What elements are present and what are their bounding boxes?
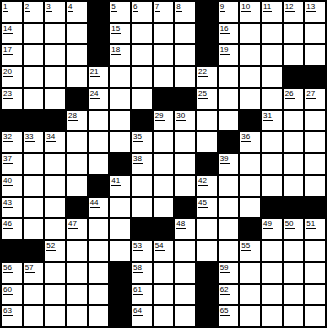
cell-r1c11[interactable]: [239, 23, 261, 45]
black-cell-r9c14: [304, 197, 326, 219]
cell-r4c9[interactable]: 25: [196, 88, 218, 110]
black-cell-r5c6: [131, 110, 153, 132]
cell-r8c2[interactable]: [44, 175, 66, 197]
black-cell-r4c7: [153, 88, 175, 110]
clue-number: 10: [241, 2, 251, 12]
cell-r14c14[interactable]: [304, 305, 326, 327]
clue-number: 13: [306, 2, 316, 12]
cell-r8c8[interactable]: [174, 175, 196, 197]
clue-number: 19: [220, 45, 230, 55]
clue-number: 18: [111, 45, 121, 55]
cell-r3c8[interactable]: [174, 66, 196, 88]
black-cell-r6c10: [218, 131, 240, 153]
clue-number: 30: [176, 111, 186, 121]
cell-r6c4[interactable]: [88, 131, 110, 153]
cell-r10c13[interactable]: 50: [283, 218, 305, 240]
cell-r13c6[interactable]: 61: [131, 284, 153, 306]
cell-r12c7[interactable]: [153, 262, 175, 284]
cell-r2c10[interactable]: 19: [218, 44, 240, 66]
cell-r1c8[interactable]: [174, 23, 196, 45]
cell-r9c1[interactable]: [23, 197, 45, 219]
cell-r3c9[interactable]: 22: [196, 66, 218, 88]
cell-r14c8[interactable]: [174, 305, 196, 327]
cell-r10c2[interactable]: [44, 218, 66, 240]
clue-number: 9: [220, 2, 225, 12]
cell-r2c7[interactable]: [153, 44, 175, 66]
cell-r1c1[interactable]: [23, 23, 45, 45]
cell-r13c1[interactable]: [23, 284, 45, 306]
cell-r14c10[interactable]: 65: [218, 305, 240, 327]
cell-r12c2[interactable]: [44, 262, 66, 284]
clue-number: 5: [111, 2, 116, 12]
cell-r2c2[interactable]: [44, 44, 66, 66]
crossword-grid: 1234567891011121314151617181920212223242…: [0, 0, 327, 328]
cell-r6c13[interactable]: [283, 131, 305, 153]
clue-number: 37: [3, 154, 13, 164]
cell-r13c7[interactable]: [153, 284, 175, 306]
cell-r2c11[interactable]: [239, 44, 261, 66]
clue-number: 50: [285, 219, 295, 229]
cell-r14c13[interactable]: [283, 305, 305, 327]
cell-r6c14[interactable]: [304, 131, 326, 153]
clue-number: 52: [46, 241, 56, 251]
cell-r11c5[interactable]: [109, 240, 131, 262]
cell-r0c2[interactable]: 3: [44, 1, 66, 23]
clue-number: 6: [133, 2, 138, 12]
cell-r13c2[interactable]: [44, 284, 66, 306]
clue-number: 35: [133, 132, 143, 142]
cell-r0c6[interactable]: 6: [131, 1, 153, 23]
cell-r5c5[interactable]: [109, 110, 131, 132]
cell-r3c11[interactable]: [239, 66, 261, 88]
cell-r6c5[interactable]: [109, 131, 131, 153]
black-cell-r5c2: [44, 110, 66, 132]
cell-r1c5[interactable]: 15: [109, 23, 131, 45]
clue-number: 23: [3, 89, 13, 99]
cell-r4c5[interactable]: [109, 88, 131, 110]
clue-number: 29: [155, 111, 165, 121]
cell-r3c7[interactable]: [153, 66, 175, 88]
cell-r4c10[interactable]: [218, 88, 240, 110]
black-cell-r7c5: [109, 153, 131, 175]
black-cell-r0c4: [88, 1, 110, 23]
cell-r6c7[interactable]: [153, 131, 175, 153]
cell-r3c0[interactable]: 20: [1, 66, 23, 88]
cell-r3c1[interactable]: [23, 66, 45, 88]
cell-r3c5[interactable]: [109, 66, 131, 88]
clue-number: 36: [241, 132, 251, 142]
cell-r12c12[interactable]: [261, 262, 283, 284]
clue-number: 16: [220, 24, 230, 34]
cell-r9c5[interactable]: [109, 197, 131, 219]
black-cell-r12c5: [109, 262, 131, 284]
cell-r11c11[interactable]: 55: [239, 240, 261, 262]
cell-r12c13[interactable]: [283, 262, 305, 284]
cell-r7c1[interactable]: [23, 153, 45, 175]
cell-r13c4[interactable]: [88, 284, 110, 306]
cell-r2c13[interactable]: [283, 44, 305, 66]
cell-r14c6[interactable]: 64: [131, 305, 153, 327]
cell-r12c14[interactable]: [304, 262, 326, 284]
cell-r0c12[interactable]: 11: [261, 1, 283, 23]
clue-number: 11: [263, 2, 272, 12]
cell-r6c3[interactable]: [66, 131, 88, 153]
black-cell-r9c12: [261, 197, 283, 219]
cell-r11c9[interactable]: [196, 240, 218, 262]
black-cell-r4c8: [174, 88, 196, 110]
cell-r2c8[interactable]: [174, 44, 196, 66]
cell-r12c0[interactable]: 56: [1, 262, 23, 284]
cell-r3c4[interactable]: 21: [88, 66, 110, 88]
cell-r3c2[interactable]: [44, 66, 66, 88]
clue-number: 61: [133, 285, 143, 295]
clue-number: 26: [285, 89, 295, 99]
cell-r7c13[interactable]: [283, 153, 305, 175]
cell-r13c0[interactable]: 60: [1, 284, 23, 306]
black-cell-r14c9: [196, 305, 218, 327]
cell-r14c12[interactable]: [261, 305, 283, 327]
cell-r12c11[interactable]: [239, 262, 261, 284]
cell-r13c12[interactable]: [261, 284, 283, 306]
cell-r7c4[interactable]: [88, 153, 110, 175]
clue-number: 38: [133, 154, 143, 164]
clue-number: 27: [306, 89, 316, 99]
cell-r7c14[interactable]: [304, 153, 326, 175]
cell-r10c9[interactable]: [196, 218, 218, 240]
cell-r6c2[interactable]: 34: [44, 131, 66, 153]
clue-number: 20: [3, 67, 13, 77]
clue-number: 7: [155, 2, 160, 12]
black-cell-r1c4: [88, 23, 110, 45]
clue-number: 15: [111, 24, 121, 34]
cell-r11c10[interactable]: [218, 240, 240, 262]
cell-r3c3[interactable]: [66, 66, 88, 88]
cell-r8c9[interactable]: 42: [196, 175, 218, 197]
cell-r10c8[interactable]: 48: [174, 218, 196, 240]
cell-r8c5[interactable]: 41: [109, 175, 131, 197]
cell-r6c1[interactable]: 33: [23, 131, 45, 153]
clue-number: 1: [3, 2, 8, 12]
cell-r4c6[interactable]: [131, 88, 153, 110]
cell-r13c3[interactable]: [66, 284, 88, 306]
clue-number: 53: [133, 241, 143, 251]
cell-r11c6[interactable]: 53: [131, 240, 153, 262]
cell-r5c8[interactable]: 30: [174, 110, 196, 132]
cell-r1c0[interactable]: 14: [1, 23, 23, 45]
cell-r7c8[interactable]: [174, 153, 196, 175]
cell-r9c11[interactable]: [239, 197, 261, 219]
cell-r4c4[interactable]: 24: [88, 88, 110, 110]
black-cell-r2c9: [196, 44, 218, 66]
cell-r1c6[interactable]: [131, 23, 153, 45]
cell-r11c7[interactable]: 54: [153, 240, 175, 262]
cell-r4c12[interactable]: [261, 88, 283, 110]
cell-r5c10[interactable]: [218, 110, 240, 132]
cell-r3c12[interactable]: [261, 66, 283, 88]
cell-r10c12[interactable]: 49: [261, 218, 283, 240]
cell-r10c4[interactable]: [88, 218, 110, 240]
cell-r9c0[interactable]: 43: [1, 197, 23, 219]
clue-number: 54: [155, 241, 165, 251]
cell-r7c10[interactable]: 39: [218, 153, 240, 175]
cell-r7c2[interactable]: [44, 153, 66, 175]
cell-r9c6[interactable]: [131, 197, 153, 219]
cell-r12c8[interactable]: [174, 262, 196, 284]
cell-r13c10[interactable]: 62: [218, 284, 240, 306]
cell-r6c12[interactable]: [261, 131, 283, 153]
clue-number: 59: [220, 263, 230, 273]
cell-r11c14[interactable]: [304, 240, 326, 262]
black-cell-r10c11: [239, 218, 261, 240]
cell-r1c14[interactable]: [304, 23, 326, 45]
cell-r1c12[interactable]: [261, 23, 283, 45]
cell-r13c8[interactable]: [174, 284, 196, 306]
clue-number: 63: [3, 306, 13, 316]
cell-r0c14[interactable]: 13: [304, 1, 326, 23]
black-cell-r12c9: [196, 262, 218, 284]
cell-r0c7[interactable]: 7: [153, 1, 175, 23]
clue-number: 39: [220, 154, 230, 164]
clue-number: 64: [133, 306, 143, 316]
clue-number: 56: [3, 263, 13, 273]
clue-number: 43: [3, 198, 13, 208]
black-cell-r3c14: [304, 66, 326, 88]
black-cell-r2c4: [88, 44, 110, 66]
clue-number: 25: [198, 89, 208, 99]
cell-r2c12[interactable]: [261, 44, 283, 66]
cell-r9c7[interactable]: [153, 197, 175, 219]
cell-r1c3[interactable]: [66, 23, 88, 45]
black-cell-r9c13: [283, 197, 305, 219]
cell-r11c13[interactable]: [283, 240, 305, 262]
cell-r9c10[interactable]: [218, 197, 240, 219]
cell-r10c3[interactable]: 47: [66, 218, 88, 240]
cell-r0c0[interactable]: 1: [1, 1, 23, 23]
black-cell-r5c11: [239, 110, 261, 132]
cell-r12c4[interactable]: [88, 262, 110, 284]
cell-r2c3[interactable]: [66, 44, 88, 66]
cell-r5c13[interactable]: [283, 110, 305, 132]
black-cell-r13c5: [109, 284, 131, 306]
clue-number: 12: [285, 2, 295, 12]
clue-number: 31: [263, 111, 273, 121]
cell-r12c10[interactable]: 59: [218, 262, 240, 284]
clue-number: 28: [68, 111, 78, 121]
black-cell-r10c7: [153, 218, 175, 240]
cell-r14c7[interactable]: [153, 305, 175, 327]
black-cell-r13c9: [196, 284, 218, 306]
cell-r7c11[interactable]: [239, 153, 261, 175]
cell-r6c6[interactable]: 35: [131, 131, 153, 153]
cell-r12c3[interactable]: [66, 262, 88, 284]
cell-r5c12[interactable]: 31: [261, 110, 283, 132]
cell-r10c10[interactable]: [218, 218, 240, 240]
cell-r7c6[interactable]: 38: [131, 153, 153, 175]
clue-number: 47: [68, 219, 78, 229]
cell-r0c1[interactable]: 2: [23, 1, 45, 23]
cell-r12c1[interactable]: 57: [23, 262, 45, 284]
cell-r14c3[interactable]: [66, 305, 88, 327]
cell-r4c14[interactable]: 27: [304, 88, 326, 110]
black-cell-r7c9: [196, 153, 218, 175]
clue-number: 14: [3, 24, 13, 34]
clue-number: 40: [3, 176, 13, 186]
cell-r8c10[interactable]: [218, 175, 240, 197]
black-cell-r8c4: [88, 175, 110, 197]
cell-r6c9[interactable]: [196, 131, 218, 153]
cell-r0c3[interactable]: 4: [66, 1, 88, 23]
cell-r3c6[interactable]: [131, 66, 153, 88]
cell-r11c3[interactable]: [66, 240, 88, 262]
cell-r8c0[interactable]: 40: [1, 175, 23, 197]
clue-number: 44: [90, 198, 100, 208]
clue-number: 2: [25, 2, 30, 12]
clue-number: 33: [25, 132, 35, 142]
black-cell-r10c6: [131, 218, 153, 240]
cell-r14c1[interactable]: [23, 305, 45, 327]
clue-number: 41: [111, 176, 121, 186]
clue-number: 24: [90, 89, 100, 99]
cell-r0c10[interactable]: 9: [218, 1, 240, 23]
cell-r8c14[interactable]: [304, 175, 326, 197]
cell-r2c5[interactable]: 18: [109, 44, 131, 66]
black-cell-r11c1: [23, 240, 45, 262]
cell-r13c11[interactable]: [239, 284, 261, 306]
clue-number: 51: [306, 219, 316, 229]
black-cell-r1c9: [196, 23, 218, 45]
clue-number: 46: [3, 219, 13, 229]
clue-number: 48: [176, 219, 186, 229]
cell-r4c2[interactable]: [44, 88, 66, 110]
cell-r4c1[interactable]: [23, 88, 45, 110]
clue-number: 55: [241, 241, 251, 251]
cell-r5c3[interactable]: 28: [66, 110, 88, 132]
cell-r6c8[interactable]: [174, 131, 196, 153]
cell-r0c8[interactable]: 8: [174, 1, 196, 23]
clue-number: 21: [90, 67, 100, 77]
clue-number: 65: [220, 306, 230, 316]
cell-r10c5[interactable]: [109, 218, 131, 240]
cell-r1c2[interactable]: [44, 23, 66, 45]
cell-r0c13[interactable]: 12: [283, 1, 305, 23]
cell-r11c8[interactable]: [174, 240, 196, 262]
black-cell-r9c8: [174, 197, 196, 219]
cell-r8c1[interactable]: [23, 175, 45, 197]
cell-r14c2[interactable]: [44, 305, 66, 327]
clue-number: 60: [3, 285, 13, 295]
cell-r8c3[interactable]: [66, 175, 88, 197]
cell-r8c7[interactable]: [153, 175, 175, 197]
clue-number: 4: [68, 2, 73, 12]
cell-r5c4[interactable]: [88, 110, 110, 132]
cell-r10c1[interactable]: [23, 218, 45, 240]
cell-r0c11[interactable]: 10: [239, 1, 261, 23]
cell-r7c3[interactable]: [66, 153, 88, 175]
black-cell-r9c3: [66, 197, 88, 219]
black-cell-r0c9: [196, 1, 218, 23]
cell-r8c6[interactable]: [131, 175, 153, 197]
clue-number: 22: [198, 67, 208, 77]
cell-r7c0[interactable]: 37: [1, 153, 23, 175]
cell-r2c14[interactable]: [304, 44, 326, 66]
clue-number: 58: [133, 263, 143, 273]
cell-r14c0[interactable]: 63: [1, 305, 23, 327]
cell-r2c1[interactable]: [23, 44, 45, 66]
clue-number: 34: [46, 132, 56, 142]
cell-r1c13[interactable]: [283, 23, 305, 45]
cell-r7c12[interactable]: [261, 153, 283, 175]
cell-r12c6[interactable]: 58: [131, 262, 153, 284]
cell-r5c7[interactable]: 29: [153, 110, 175, 132]
cell-r4c13[interactable]: 26: [283, 88, 305, 110]
cell-r2c6[interactable]: [131, 44, 153, 66]
clue-number: 49: [263, 219, 273, 229]
clue-number: 45: [198, 198, 208, 208]
black-cell-r14c5: [109, 305, 131, 327]
black-cell-r3c13: [283, 66, 305, 88]
cell-r13c14[interactable]: [304, 284, 326, 306]
cell-r5c14[interactable]: [304, 110, 326, 132]
cell-r2c0[interactable]: 17: [1, 44, 23, 66]
cell-r11c2[interactable]: 52: [44, 240, 66, 262]
cell-r10c14[interactable]: 51: [304, 218, 326, 240]
cell-r8c12[interactable]: [261, 175, 283, 197]
cell-r8c11[interactable]: [239, 175, 261, 197]
black-cell-r11c0: [1, 240, 23, 262]
cell-r8c13[interactable]: [283, 175, 305, 197]
black-cell-r5c1: [23, 110, 45, 132]
cell-r6c11[interactable]: 36: [239, 131, 261, 153]
cell-r13c13[interactable]: [283, 284, 305, 306]
cell-r3c10[interactable]: [218, 66, 240, 88]
cell-r11c4[interactable]: [88, 240, 110, 262]
clue-number: 8: [176, 2, 181, 12]
clue-number: 57: [25, 263, 35, 273]
clue-number: 17: [3, 45, 13, 55]
cell-r14c11[interactable]: [239, 305, 261, 327]
cell-r0c5[interactable]: 5: [109, 1, 131, 23]
cell-r9c2[interactable]: [44, 197, 66, 219]
cell-r5c9[interactable]: [196, 110, 218, 132]
cell-r9c9[interactable]: 45: [196, 197, 218, 219]
cell-r1c7[interactable]: [153, 23, 175, 45]
cell-r4c11[interactable]: [239, 88, 261, 110]
clue-number: 42: [198, 176, 208, 186]
cell-r11c12[interactable]: [261, 240, 283, 262]
clue-number: 3: [46, 2, 51, 12]
cell-r7c7[interactable]: [153, 153, 175, 175]
cell-r4c0[interactable]: 23: [1, 88, 23, 110]
cell-r6c0[interactable]: 32: [1, 131, 23, 153]
cell-r14c4[interactable]: [88, 305, 110, 327]
cell-r1c10[interactable]: 16: [218, 23, 240, 45]
clue-number: 32: [3, 132, 13, 142]
black-cell-r4c3: [66, 88, 88, 110]
cell-r10c0[interactable]: 46: [1, 218, 23, 240]
clue-number: 62: [220, 285, 230, 295]
cell-r9c4[interactable]: 44: [88, 197, 110, 219]
black-cell-r5c0: [1, 110, 23, 132]
